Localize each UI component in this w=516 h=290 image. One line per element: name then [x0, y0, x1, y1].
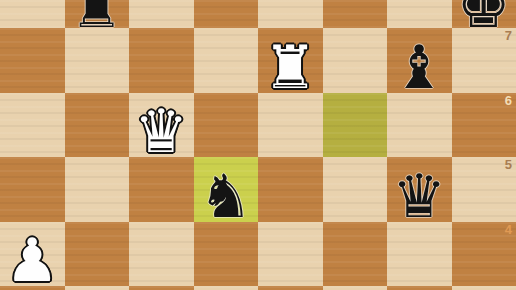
square-c5[interactable] [129, 157, 194, 222]
square-d7[interactable] [194, 28, 259, 93]
square-h7[interactable]: 7 [452, 28, 516, 93]
square-g6[interactable] [387, 93, 452, 158]
square-d3[interactable] [194, 286, 259, 290]
square-f7[interactable] [323, 28, 388, 93]
square-f3[interactable] [323, 286, 388, 290]
square-e4[interactable] [258, 222, 323, 287]
square-h5[interactable]: 5 [452, 157, 516, 222]
square-f5[interactable] [323, 157, 388, 222]
square-b3[interactable] [65, 286, 130, 290]
chessboard-screenshot: ♜♚♜♝7♛6♞♛5♟4 [0, 0, 516, 290]
square-d5[interactable]: ♞ [194, 157, 259, 222]
square-c7[interactable] [129, 28, 194, 93]
white-queen[interactable]: ♛ [129, 101, 194, 157]
square-g7[interactable]: ♝ [387, 28, 452, 93]
square-g5[interactable]: ♛ [387, 157, 452, 222]
square-a6[interactable] [0, 93, 65, 158]
square-b5[interactable] [65, 157, 130, 222]
black-king[interactable]: ♚ [452, 0, 516, 28]
black-queen[interactable]: ♛ [387, 166, 452, 222]
square-g3[interactable] [387, 286, 452, 290]
square-b7[interactable] [65, 28, 130, 93]
square-c4[interactable] [129, 222, 194, 287]
rank-label-5: 5 [505, 158, 512, 172]
rank-label-4: 4 [505, 223, 512, 237]
square-a8[interactable] [0, 0, 65, 28]
black-bishop[interactable]: ♝ [387, 37, 452, 93]
square-f6[interactable] [323, 93, 388, 158]
square-a5[interactable] [0, 157, 65, 222]
square-d6[interactable] [194, 93, 259, 158]
square-c6[interactable]: ♛ [129, 93, 194, 158]
square-f8[interactable] [323, 0, 388, 28]
square-e7[interactable]: ♜ [258, 28, 323, 93]
white-rook[interactable]: ♜ [258, 37, 323, 93]
square-h4[interactable]: 4 [452, 222, 516, 287]
square-e8[interactable] [258, 0, 323, 28]
square-h3[interactable] [452, 286, 516, 290]
square-e3[interactable] [258, 286, 323, 290]
square-b8[interactable]: ♜ [65, 0, 130, 28]
square-f4[interactable] [323, 222, 388, 287]
square-b6[interactable] [65, 93, 130, 158]
chess-board: ♜♚♜♝7♛6♞♛5♟4 [0, 0, 516, 290]
square-h8[interactable]: ♚ [452, 0, 516, 28]
square-a7[interactable] [0, 28, 65, 93]
black-knight[interactable]: ♞ [194, 166, 259, 222]
square-a3[interactable] [0, 286, 65, 290]
square-d8[interactable] [194, 0, 259, 28]
square-d4[interactable] [194, 222, 259, 287]
square-e6[interactable] [258, 93, 323, 158]
rank-label-6: 6 [505, 94, 512, 108]
square-b4[interactable] [65, 222, 130, 287]
square-h6[interactable]: 6 [452, 93, 516, 158]
square-g8[interactable] [387, 0, 452, 28]
square-a4[interactable]: ♟ [0, 222, 65, 287]
square-e5[interactable] [258, 157, 323, 222]
black-rook[interactable]: ♜ [65, 0, 130, 28]
square-c8[interactable] [129, 0, 194, 28]
square-g4[interactable] [387, 222, 452, 287]
white-pawn[interactable]: ♟ [0, 230, 65, 286]
square-c3[interactable] [129, 286, 194, 290]
rank-label-7: 7 [505, 29, 512, 43]
